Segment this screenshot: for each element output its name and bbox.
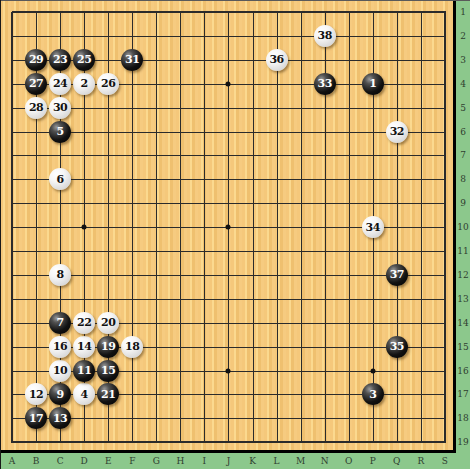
move-number: 2 xyxy=(81,78,88,89)
column-label-B: B xyxy=(33,456,40,466)
stone-white-D14: 22 xyxy=(73,312,95,334)
grid-line-vertical xyxy=(444,12,446,443)
stone-white-L3: 36 xyxy=(266,49,288,71)
row-label-17: 17 xyxy=(457,389,468,399)
column-label-S: S xyxy=(442,456,448,466)
stone-black-E15: 19 xyxy=(97,336,119,358)
move-number: 18 xyxy=(125,341,139,352)
hoshi-point-J4 xyxy=(226,81,231,86)
row-label-7: 7 xyxy=(460,150,466,160)
move-number: 38 xyxy=(317,30,331,41)
stone-black-C17: 9 xyxy=(49,383,71,405)
move-number: 28 xyxy=(29,102,43,113)
column-label-M: M xyxy=(296,456,305,466)
column-label-P: P xyxy=(370,456,376,466)
grid-line-horizontal xyxy=(12,132,446,133)
row-label-8: 8 xyxy=(460,174,466,184)
row-label-12: 12 xyxy=(457,270,468,280)
move-number: 15 xyxy=(101,365,115,376)
stone-black-C14: 7 xyxy=(49,312,71,334)
move-number: 3 xyxy=(369,389,376,400)
move-number: 7 xyxy=(57,317,64,328)
move-number: 30 xyxy=(53,102,67,113)
column-label-C: C xyxy=(57,456,64,466)
window-left-edge xyxy=(0,0,1,469)
stone-white-E14: 20 xyxy=(97,312,119,334)
stone-black-P17: 3 xyxy=(362,383,384,405)
stone-black-Q15: 35 xyxy=(386,336,408,358)
stone-white-P10: 34 xyxy=(362,216,384,238)
move-number: 26 xyxy=(101,78,115,89)
move-number: 4 xyxy=(81,389,88,400)
move-number: 6 xyxy=(57,174,64,185)
stone-black-B3: 29 xyxy=(25,49,47,71)
grid-line-horizontal xyxy=(12,108,446,109)
stone-black-C18: 13 xyxy=(49,407,71,429)
grid-line-horizontal xyxy=(12,155,446,156)
hoshi-point-J10 xyxy=(226,225,231,230)
row-label-13: 13 xyxy=(457,294,468,304)
move-number: 37 xyxy=(390,269,404,280)
move-number: 31 xyxy=(125,54,139,65)
row-label-9: 9 xyxy=(460,198,466,208)
move-number: 21 xyxy=(101,389,115,400)
row-label-6: 6 xyxy=(460,127,466,137)
row-label-1: 1 xyxy=(460,7,466,17)
grid-line-horizontal xyxy=(12,299,446,300)
move-number: 14 xyxy=(77,341,91,352)
go-board[interactable]: 1234567891011121314151617181920212223242… xyxy=(0,0,456,453)
move-number: 9 xyxy=(57,389,64,400)
stone-white-C15: 16 xyxy=(49,336,71,358)
grid-line-horizontal xyxy=(12,441,446,443)
move-number: 35 xyxy=(390,341,404,352)
grid-line-vertical xyxy=(277,12,278,443)
stone-white-F15: 18 xyxy=(121,336,143,358)
move-number: 32 xyxy=(390,126,404,137)
column-label-K: K xyxy=(249,456,256,466)
row-label-18: 18 xyxy=(457,413,468,423)
stone-white-C4: 24 xyxy=(49,73,71,95)
stone-black-D16: 11 xyxy=(73,360,95,382)
stone-white-Q6: 32 xyxy=(386,121,408,143)
grid-line-vertical xyxy=(349,12,350,443)
stone-black-E16: 15 xyxy=(97,360,119,382)
row-label-4: 4 xyxy=(460,79,466,89)
stone-white-C5: 30 xyxy=(49,97,71,119)
stone-black-F3: 31 xyxy=(121,49,143,71)
stone-white-C8: 6 xyxy=(49,168,71,190)
move-number: 33 xyxy=(317,78,331,89)
stone-black-C3: 23 xyxy=(49,49,71,71)
stone-black-B18: 17 xyxy=(25,407,47,429)
window-top-edge xyxy=(0,0,470,1)
move-number: 20 xyxy=(101,317,115,328)
stone-white-C12: 8 xyxy=(49,264,71,286)
hoshi-point-J16 xyxy=(226,368,231,373)
column-label-E: E xyxy=(105,456,112,466)
column-label-L: L xyxy=(274,456,280,466)
row-label-11: 11 xyxy=(457,246,468,256)
column-label-H: H xyxy=(176,456,184,466)
hoshi-point-P16 xyxy=(370,368,375,373)
stone-white-C16: 10 xyxy=(49,360,71,382)
stone-white-B5: 28 xyxy=(25,97,47,119)
stone-black-D3: 25 xyxy=(73,49,95,71)
stone-black-P4: 1 xyxy=(362,73,384,95)
move-number: 1 xyxy=(369,78,376,89)
stone-black-B4: 27 xyxy=(25,73,47,95)
row-label-15: 15 xyxy=(457,342,468,352)
column-label-I: I xyxy=(203,456,207,466)
stone-black-C6: 5 xyxy=(49,121,71,143)
move-number: 19 xyxy=(101,341,115,352)
stone-white-D15: 14 xyxy=(73,336,95,358)
stone-black-E17: 21 xyxy=(97,383,119,405)
grid-line-horizontal xyxy=(12,251,446,252)
column-label-Q: Q xyxy=(393,456,400,466)
move-number: 11 xyxy=(77,365,91,376)
stone-white-N2: 38 xyxy=(314,25,336,47)
row-label-14: 14 xyxy=(457,318,468,328)
stone-black-Q12: 37 xyxy=(386,264,408,286)
move-number: 34 xyxy=(366,222,380,233)
stone-black-N4: 33 xyxy=(314,73,336,95)
row-label-5: 5 xyxy=(460,103,466,113)
move-number: 13 xyxy=(53,413,67,424)
move-number: 8 xyxy=(57,269,64,280)
go-diagram-screen: 1234567891011121314151617181920212223242… xyxy=(0,0,470,469)
row-label-19: 19 xyxy=(457,437,468,447)
move-number: 36 xyxy=(269,54,283,65)
grid-line-vertical xyxy=(253,12,254,443)
move-number: 23 xyxy=(53,54,67,65)
stone-white-E4: 26 xyxy=(97,73,119,95)
move-number: 10 xyxy=(53,365,67,376)
row-label-16: 16 xyxy=(457,366,468,376)
grid-line-horizontal xyxy=(12,36,446,37)
grid-line-vertical xyxy=(397,12,398,443)
column-label-D: D xyxy=(81,456,88,466)
move-number: 29 xyxy=(29,54,43,65)
move-number: 5 xyxy=(57,126,64,137)
column-label-J: J xyxy=(227,456,231,466)
stone-white-B17: 12 xyxy=(25,383,47,405)
row-label-2: 2 xyxy=(460,31,466,41)
row-label-3: 3 xyxy=(460,55,466,65)
stone-white-D17: 4 xyxy=(73,383,95,405)
grid-line-horizontal xyxy=(12,203,446,204)
grid-line-vertical xyxy=(301,12,302,443)
hoshi-point-D10 xyxy=(82,225,87,230)
grid-line-horizontal xyxy=(12,418,446,419)
column-label-F: F xyxy=(129,456,135,466)
column-label-A: A xyxy=(9,456,16,466)
column-label-G: G xyxy=(153,456,160,466)
grid-line-horizontal xyxy=(12,11,446,13)
move-number: 22 xyxy=(77,317,91,328)
grid-line-horizontal xyxy=(12,179,446,180)
row-label-10: 10 xyxy=(457,222,468,232)
column-label-N: N xyxy=(321,456,329,466)
column-label-O: O xyxy=(345,456,352,466)
grid-line-vertical xyxy=(421,12,422,443)
move-number: 16 xyxy=(53,341,67,352)
move-number: 27 xyxy=(29,78,43,89)
move-number: 12 xyxy=(29,389,43,400)
move-number: 25 xyxy=(77,54,91,65)
stone-white-D4: 2 xyxy=(73,73,95,95)
grid-line-horizontal xyxy=(12,275,446,276)
move-number: 24 xyxy=(53,78,67,89)
move-number: 17 xyxy=(29,413,43,424)
column-label-R: R xyxy=(417,456,424,466)
